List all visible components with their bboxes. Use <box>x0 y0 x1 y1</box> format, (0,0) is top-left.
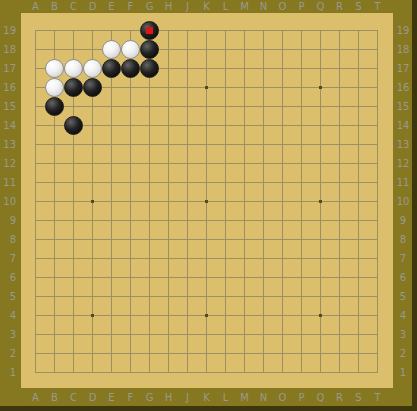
stone-black-e17 <box>102 59 121 78</box>
row-label-right-1: 1 <box>394 366 412 379</box>
col-label-bottom-G: G <box>140 391 159 404</box>
col-label-bottom-J: J <box>178 391 197 404</box>
star-point-q16 <box>319 86 322 89</box>
col-label-top-L: L <box>216 0 235 13</box>
row-label-left-6: 6 <box>0 271 16 284</box>
star-point-q10 <box>319 200 322 203</box>
row-label-left-18: 18 <box>0 43 16 56</box>
col-label-top-Q: Q <box>311 0 330 13</box>
stone-black-f17 <box>121 59 140 78</box>
col-label-bottom-B: B <box>45 391 64 404</box>
row-label-left-12: 12 <box>0 157 16 170</box>
row-label-right-17: 17 <box>394 62 412 75</box>
row-label-left-16: 16 <box>0 81 16 94</box>
stone-white-d17 <box>83 59 102 78</box>
stone-black-g19 <box>140 21 159 40</box>
stone-white-c17 <box>64 59 83 78</box>
star-point-d10 <box>91 200 94 203</box>
col-label-bottom-M: M <box>235 391 254 404</box>
col-label-bottom-R: R <box>330 391 349 404</box>
go-board[interactable] <box>21 13 393 388</box>
col-label-top-N: N <box>254 0 273 13</box>
col-label-bottom-K: K <box>197 391 216 404</box>
col-label-bottom-A: A <box>26 391 45 404</box>
row-label-right-8: 8 <box>394 233 412 246</box>
stone-white-b17 <box>45 59 64 78</box>
row-label-left-8: 8 <box>0 233 16 246</box>
stone-black-c16 <box>64 78 83 97</box>
col-label-bottom-O: O <box>273 391 292 404</box>
stone-black-d16 <box>83 78 102 97</box>
col-label-bottom-D: D <box>83 391 102 404</box>
row-label-right-13: 13 <box>394 138 412 151</box>
col-label-top-F: F <box>121 0 140 13</box>
row-label-right-9: 9 <box>394 214 412 227</box>
row-label-right-16: 16 <box>394 81 412 94</box>
star-point-k10 <box>205 200 208 203</box>
row-label-left-15: 15 <box>0 100 16 113</box>
col-label-top-M: M <box>235 0 254 13</box>
row-label-left-9: 9 <box>0 214 16 227</box>
row-label-left-3: 3 <box>0 328 16 341</box>
star-point-k4 <box>205 314 208 317</box>
row-label-right-6: 6 <box>394 271 412 284</box>
stone-white-e18 <box>102 40 121 59</box>
col-label-top-G: G <box>140 0 159 13</box>
col-label-top-J: J <box>178 0 197 13</box>
row-label-left-5: 5 <box>0 290 16 303</box>
col-label-bottom-S: S <box>349 391 368 404</box>
last-move-marker <box>146 27 153 34</box>
row-label-right-10: 10 <box>394 195 412 208</box>
stone-black-b15 <box>45 97 64 116</box>
col-label-top-S: S <box>349 0 368 13</box>
col-label-bottom-P: P <box>292 391 311 404</box>
col-label-bottom-T: T <box>368 391 387 404</box>
row-label-left-14: 14 <box>0 119 16 132</box>
stone-black-g18 <box>140 40 159 59</box>
row-label-right-15: 15 <box>394 100 412 113</box>
col-label-top-P: P <box>292 0 311 13</box>
row-label-right-3: 3 <box>394 328 412 341</box>
row-label-right-7: 7 <box>394 252 412 265</box>
stone-white-b16 <box>45 78 64 97</box>
col-label-bottom-Q: Q <box>311 391 330 404</box>
row-label-left-7: 7 <box>0 252 16 265</box>
star-point-k16 <box>205 86 208 89</box>
col-label-top-C: C <box>64 0 83 13</box>
row-label-left-10: 10 <box>0 195 16 208</box>
col-label-top-E: E <box>102 0 121 13</box>
stone-black-g17 <box>140 59 159 78</box>
row-label-right-4: 4 <box>394 309 412 322</box>
row-label-right-18: 18 <box>394 43 412 56</box>
row-label-right-11: 11 <box>394 176 412 189</box>
row-label-left-1: 1 <box>0 366 16 379</box>
col-label-top-D: D <box>83 0 102 13</box>
star-point-d4 <box>91 314 94 317</box>
board-frame: AABBCCDDEEFFGGHHJJKKLLMMNNOOPPQQRRSSTT19… <box>0 0 417 411</box>
col-label-top-T: T <box>368 0 387 13</box>
row-label-right-12: 12 <box>394 157 412 170</box>
col-label-bottom-C: C <box>64 391 83 404</box>
col-label-bottom-F: F <box>121 391 140 404</box>
col-label-bottom-L: L <box>216 391 235 404</box>
row-label-left-13: 13 <box>0 138 16 151</box>
row-label-left-2: 2 <box>0 347 16 360</box>
col-label-top-B: B <box>45 0 64 13</box>
col-label-bottom-H: H <box>159 391 178 404</box>
row-label-right-14: 14 <box>394 119 412 132</box>
col-label-top-H: H <box>159 0 178 13</box>
row-label-left-11: 11 <box>0 176 16 189</box>
col-label-top-O: O <box>273 0 292 13</box>
col-label-bottom-N: N <box>254 391 273 404</box>
stone-black-c14 <box>64 116 83 135</box>
row-label-right-2: 2 <box>394 347 412 360</box>
col-label-top-R: R <box>330 0 349 13</box>
star-point-q4 <box>319 314 322 317</box>
row-label-left-19: 19 <box>0 24 16 37</box>
row-label-left-4: 4 <box>0 309 16 322</box>
row-label-right-19: 19 <box>394 24 412 37</box>
col-label-top-K: K <box>197 0 216 13</box>
stone-white-f18 <box>121 40 140 59</box>
col-label-top-A: A <box>26 0 45 13</box>
row-label-right-5: 5 <box>394 290 412 303</box>
col-label-bottom-E: E <box>102 391 121 404</box>
row-label-left-17: 17 <box>0 62 16 75</box>
